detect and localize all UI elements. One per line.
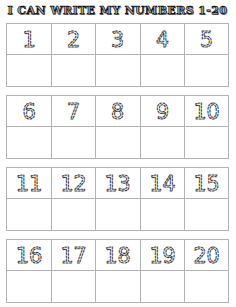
number-cell: 8 <box>95 96 139 126</box>
number-cell: 3 <box>95 24 139 54</box>
traceable-number-glyph: 12 <box>61 172 87 196</box>
practice-cell <box>7 126 51 158</box>
traceable-number-glyph: 6 <box>22 100 35 124</box>
practice-cell <box>51 126 95 158</box>
practice-cell <box>51 270 95 302</box>
practice-cell <box>7 198 51 230</box>
practice-cell <box>95 54 139 86</box>
practice-cell <box>184 126 228 158</box>
worksheet-title: I CAN WRITE MY NUMBERS 1-20 <box>6 4 229 17</box>
number-cell: 4 <box>140 24 184 54</box>
traceable-number-glyph: 14 <box>149 172 175 196</box>
practice-cell <box>7 270 51 302</box>
number-cell: 11 <box>7 168 51 198</box>
practice-cell <box>184 54 228 86</box>
number-cell: 16 <box>7 240 51 270</box>
number-cell: 19 <box>140 240 184 270</box>
practice-cell <box>95 126 139 158</box>
traceable-number-glyph: 16 <box>16 244 43 268</box>
traceable-number-glyph: 8 <box>111 100 124 124</box>
number-cell: 14 <box>140 168 184 198</box>
number-cell: 2 <box>51 24 95 54</box>
traceable-number-glyph: 10 <box>193 100 219 124</box>
traceable-number-glyph: 5 <box>200 28 213 52</box>
number-cell: 9 <box>140 96 184 126</box>
traceable-number-glyph: 19 <box>149 244 175 268</box>
number-block-16-20: 16 17 18 19 20 <box>6 239 229 303</box>
traceable-number-glyph: 3 <box>111 28 124 52</box>
number-cell: 5 <box>184 24 228 54</box>
number-block-1-5: 1 2 3 4 5 <box>6 23 229 87</box>
traceable-number-glyph: 2 <box>67 28 80 52</box>
practice-cell <box>51 54 95 86</box>
number-block-6-10: 6 7 8 9 10 <box>6 95 229 159</box>
number-cell: 18 <box>95 240 139 270</box>
number-cell: 12 <box>51 168 95 198</box>
practice-cell <box>140 270 184 302</box>
traceable-number-glyph: 1 <box>22 28 35 52</box>
number-cell: 15 <box>184 168 228 198</box>
number-cell: 17 <box>51 240 95 270</box>
practice-cell <box>140 126 184 158</box>
traceable-number-glyph: 7 <box>67 100 80 124</box>
number-cell: 1 <box>7 24 51 54</box>
practice-cell <box>51 198 95 230</box>
number-cell: 10 <box>184 96 228 126</box>
number-blocks: 1 2 3 4 5 6 7 <box>6 23 229 303</box>
worksheet-page: I CAN WRITE MY NUMBERS 1-20 1 2 3 4 5 <box>0 0 236 307</box>
traceable-number-glyph: 20 <box>193 244 219 268</box>
traceable-number-glyph: 17 <box>61 244 87 268</box>
number-cell: 7 <box>51 96 95 126</box>
traceable-number-glyph: 15 <box>193 172 219 196</box>
number-cell: 20 <box>184 240 228 270</box>
practice-cell <box>95 270 139 302</box>
number-cell: 6 <box>7 96 51 126</box>
number-block-11-15: 11 12 13 14 15 <box>6 167 229 231</box>
traceable-number-glyph: 11 <box>16 172 43 196</box>
practice-cell <box>140 198 184 230</box>
practice-cell <box>7 54 51 86</box>
traceable-number-glyph: 4 <box>156 28 169 52</box>
traceable-number-glyph: 13 <box>105 172 131 196</box>
practice-cell <box>140 54 184 86</box>
practice-cell <box>95 198 139 230</box>
traceable-number-glyph: 18 <box>105 244 131 268</box>
number-cell: 13 <box>95 168 139 198</box>
practice-cell <box>184 270 228 302</box>
practice-cell <box>184 198 228 230</box>
traceable-number-glyph: 9 <box>156 100 169 124</box>
